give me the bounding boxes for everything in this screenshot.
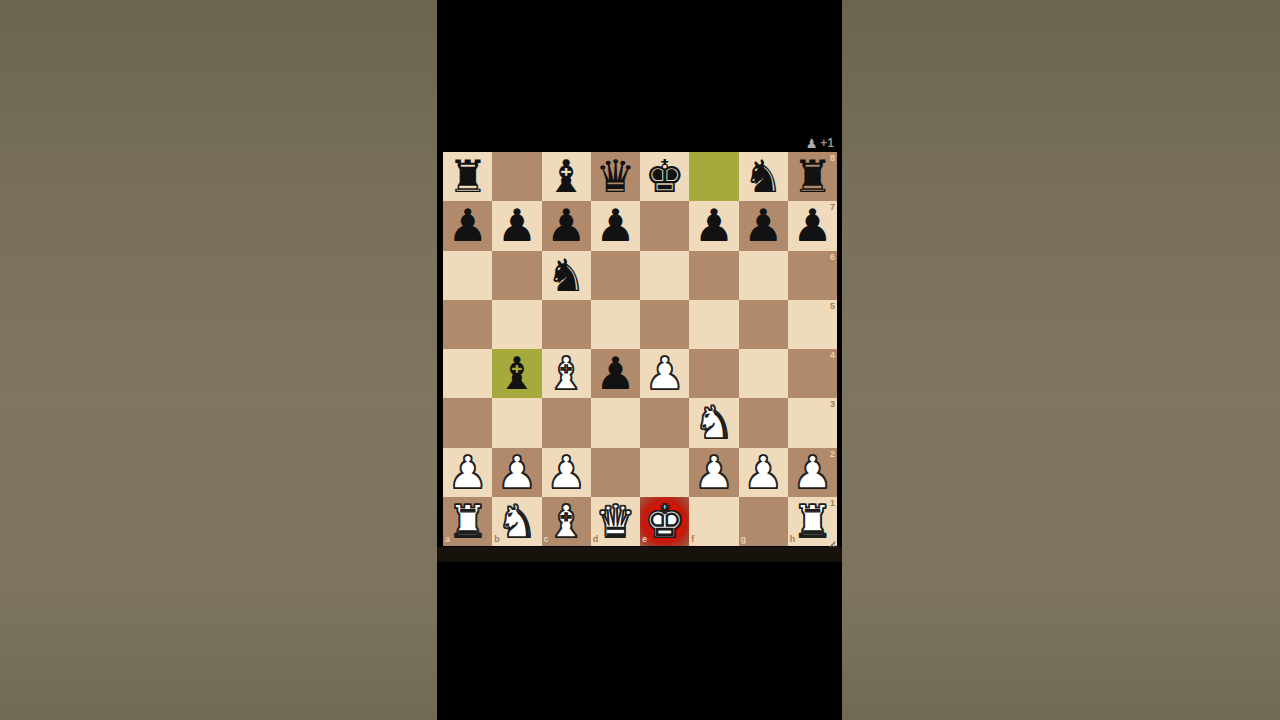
coordinate-file-label: h (790, 535, 796, 544)
coordinate-rank-label: 5 (830, 302, 835, 311)
square-e5[interactable] (640, 300, 689, 349)
coordinate-rank-label: 1 (830, 499, 835, 508)
square-a3[interactable] (443, 398, 492, 447)
piece-black-pawn: ♟ (595, 349, 635, 398)
square-f1[interactable]: f (689, 497, 738, 546)
coordinate-file-label: g (741, 535, 747, 544)
square-d8[interactable]: ♛ (591, 152, 640, 201)
square-a4[interactable] (443, 349, 492, 398)
square-b1[interactable]: ♞b (492, 497, 541, 546)
square-h7[interactable]: ♟7 (788, 201, 837, 250)
square-d6[interactable] (591, 251, 640, 300)
piece-black-pawn: ♟ (694, 201, 734, 250)
square-e1[interactable]: ♚e (640, 497, 689, 546)
square-e7[interactable] (640, 201, 689, 250)
square-c4[interactable]: ♝ (542, 349, 591, 398)
square-a1[interactable]: ♜a (443, 497, 492, 546)
square-h1[interactable]: ♜1h (788, 497, 837, 546)
piece-black-bishop: ♝ (546, 152, 586, 201)
square-c3[interactable] (542, 398, 591, 447)
chess-board: ♜♝♛♚♞♜8♟♟♟♟♟♟♟7♞65♝♝♟♟4♞3♟♟♟♟♟♟2♜a♞b♝c♛d… (443, 152, 837, 546)
square-a8[interactable]: ♜ (443, 152, 492, 201)
square-a7[interactable]: ♟ (443, 201, 492, 250)
square-f8[interactable] (689, 152, 738, 201)
square-b7[interactable]: ♟ (492, 201, 541, 250)
piece-black-pawn: ♟ (595, 201, 635, 250)
square-c2[interactable]: ♟ (542, 448, 591, 497)
coordinate-rank-label: 7 (830, 203, 835, 212)
coordinate-file-label: c (544, 535, 549, 544)
material-advantage: ♟ +1 (443, 135, 837, 151)
square-f7[interactable]: ♟ (689, 201, 738, 250)
piece-black-pawn: ♟ (447, 201, 487, 250)
square-g4[interactable] (739, 349, 788, 398)
piece-black-knight: ♞ (546, 251, 586, 300)
square-h2[interactable]: ♟2 (788, 448, 837, 497)
board-resize-handle[interactable] (826, 535, 836, 545)
piece-white-pawn: ♟ (694, 448, 734, 497)
square-d7[interactable]: ♟ (591, 201, 640, 250)
piece-white-pawn: ♟ (792, 448, 832, 497)
piece-white-rook: ♜ (447, 497, 487, 546)
square-b8[interactable] (492, 152, 541, 201)
square-c6[interactable]: ♞ (542, 251, 591, 300)
square-a6[interactable] (443, 251, 492, 300)
square-d2[interactable] (591, 448, 640, 497)
square-h4[interactable]: 4 (788, 349, 837, 398)
square-h6[interactable]: 6 (788, 251, 837, 300)
coordinate-rank-label: 3 (830, 400, 835, 409)
square-b2[interactable]: ♟ (492, 448, 541, 497)
piece-black-bishop: ♝ (497, 349, 537, 398)
square-g5[interactable] (739, 300, 788, 349)
coordinate-file-label: d (593, 535, 599, 544)
piece-black-pawn: ♟ (546, 201, 586, 250)
piece-white-bishop: ♝ (546, 349, 586, 398)
square-f4[interactable] (689, 349, 738, 398)
square-d3[interactable] (591, 398, 640, 447)
coordinate-rank-label: 6 (830, 253, 835, 262)
square-b4[interactable]: ♝ (492, 349, 541, 398)
square-g3[interactable] (739, 398, 788, 447)
piece-black-pawn: ♟ (497, 201, 537, 250)
coordinate-file-label: b (494, 535, 500, 544)
square-c1[interactable]: ♝c (542, 497, 591, 546)
square-e3[interactable] (640, 398, 689, 447)
square-b3[interactable] (492, 398, 541, 447)
square-g6[interactable] (739, 251, 788, 300)
square-b5[interactable] (492, 300, 541, 349)
piece-white-knight: ♞ (694, 398, 734, 447)
piece-black-pawn: ♟ (743, 201, 783, 250)
piece-white-pawn: ♟ (546, 448, 586, 497)
video-frame: ♟ +1 ♜♝♛♚♞♜8♟♟♟♟♟♟♟7♞65♝♝♟♟4♞3♟♟♟♟♟♟2♜a♞… (437, 0, 842, 720)
piece-white-pawn: ♟ (497, 448, 537, 497)
coordinate-file-label: f (691, 535, 694, 544)
square-h8[interactable]: ♜8 (788, 152, 837, 201)
square-h3[interactable]: 3 (788, 398, 837, 447)
square-e6[interactable] (640, 251, 689, 300)
pawn-icon: ♟ (806, 137, 818, 150)
square-e2[interactable] (640, 448, 689, 497)
square-c5[interactable] (542, 300, 591, 349)
square-f3[interactable]: ♞ (689, 398, 738, 447)
coordinate-file-label: a (445, 535, 450, 544)
square-g2[interactable]: ♟ (739, 448, 788, 497)
square-g7[interactable]: ♟ (739, 201, 788, 250)
coordinate-rank-label: 4 (830, 351, 835, 360)
piece-white-bishop: ♝ (546, 497, 586, 546)
square-c8[interactable]: ♝ (542, 152, 591, 201)
square-h5[interactable]: 5 (788, 300, 837, 349)
square-f2[interactable]: ♟ (689, 448, 738, 497)
square-b6[interactable] (492, 251, 541, 300)
square-a2[interactable]: ♟ (443, 448, 492, 497)
square-f6[interactable] (689, 251, 738, 300)
coordinate-file-label: e (642, 535, 647, 544)
piece-white-pawn: ♟ (644, 349, 684, 398)
piece-black-knight: ♞ (743, 152, 783, 201)
piece-white-knight: ♞ (497, 497, 537, 546)
piece-white-pawn: ♟ (743, 448, 783, 497)
piece-black-queen: ♛ (595, 152, 635, 201)
square-f5[interactable] (689, 300, 738, 349)
square-g1[interactable]: g (739, 497, 788, 546)
material-advantage-label: +1 (820, 136, 834, 150)
square-d4[interactable]: ♟ (591, 349, 640, 398)
coordinate-rank-label: 2 (830, 450, 835, 459)
board-bottom-shadow (437, 547, 842, 562)
piece-white-queen: ♛ (595, 497, 635, 546)
square-e8[interactable]: ♚ (640, 152, 689, 201)
square-d5[interactable] (591, 300, 640, 349)
piece-black-king: ♚ (644, 152, 684, 201)
square-a5[interactable] (443, 300, 492, 349)
square-c7[interactable]: ♟ (542, 201, 591, 250)
piece-white-pawn: ♟ (447, 448, 487, 497)
square-g8[interactable]: ♞ (739, 152, 788, 201)
square-d1[interactable]: ♛d (591, 497, 640, 546)
piece-black-rook: ♜ (447, 152, 487, 201)
piece-black-rook: ♜ (792, 152, 832, 201)
piece-white-king: ♚ (644, 497, 684, 546)
piece-black-pawn: ♟ (792, 201, 832, 250)
coordinate-rank-label: 8 (830, 154, 835, 163)
square-e4[interactable]: ♟ (640, 349, 689, 398)
